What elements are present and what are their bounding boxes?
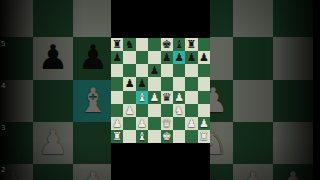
square-c8[interactable] [136, 38, 148, 51]
square-a8[interactable]: ♜ [111, 38, 123, 51]
square-a6[interactable] [111, 64, 123, 77]
square-h3[interactable] [198, 104, 210, 117]
white-queen-e2[interactable]: ♛ [162, 118, 172, 129]
square-h4[interactable] [198, 91, 210, 104]
square-e3[interactable] [161, 104, 173, 117]
white-pawn-h2[interactable]: ♟ [199, 118, 209, 129]
square-d4[interactable]: ♟ [148, 91, 160, 104]
white-knight-f3[interactable]: ♞ [174, 104, 184, 115]
black-pawn-g7[interactable]: ♟ [187, 52, 197, 63]
black-bishop-f8[interactable]: ♝ [174, 39, 184, 50]
square-a2[interactable]: ♟ [111, 117, 123, 130]
black-pawn-f7[interactable]: ♟ [174, 52, 184, 63]
white-pawn-g2[interactable]: ♟ [187, 118, 197, 129]
black-pawn-a7[interactable]: ♟ [112, 52, 122, 63]
square-g3[interactable] [185, 104, 197, 117]
square-c7[interactable] [136, 51, 148, 64]
white-king-e1[interactable]: ♚ [162, 131, 172, 142]
square-d7[interactable] [148, 51, 160, 64]
square-f8[interactable]: ♝ [173, 38, 185, 51]
black-pawn-b5[interactable]: ♟ [125, 78, 135, 89]
square-h5[interactable] [198, 77, 210, 90]
square-f4[interactable]: ♟ [173, 91, 185, 104]
square-a1[interactable]: ♜ [111, 130, 123, 143]
square-d1[interactable] [148, 130, 160, 143]
square-h2[interactable]: ♟ [198, 117, 210, 130]
black-pawn-d6[interactable]: ♟ [149, 65, 159, 76]
square-f1[interactable] [173, 130, 185, 143]
black-pawn-c5[interactable]: ♟ [137, 78, 147, 89]
square-c3[interactable] [136, 104, 148, 117]
square-d3[interactable] [148, 104, 160, 117]
black-rook-g8[interactable]: ♜ [187, 39, 197, 50]
square-b1[interactable] [123, 130, 135, 143]
square-b2[interactable] [123, 117, 135, 130]
black-pawn-h7[interactable]: ♟ [199, 52, 209, 63]
square-d5[interactable] [148, 77, 160, 90]
square-d2[interactable] [148, 117, 160, 130]
square-c6[interactable] [136, 64, 148, 77]
video-frame: ♜♞♚♝♜♟♟♟♟♟♟♟♟♝♟♛♟♟♞♟♟♛♟♟♜♝♚♜ 5 4 3 2 ♜♞♚… [0, 0, 320, 180]
square-b5[interactable]: ♟ [123, 77, 135, 90]
square-b7[interactable] [123, 51, 135, 64]
square-h6[interactable] [198, 64, 210, 77]
black-knight-b8[interactable]: ♞ [125, 39, 135, 50]
square-b6[interactable] [123, 64, 135, 77]
square-e6[interactable] [161, 64, 173, 77]
white-bishop-c1[interactable]: ♝ [137, 131, 147, 142]
white-pawn-f4[interactable]: ♟ [174, 91, 184, 102]
square-d6[interactable]: ♟ [148, 64, 160, 77]
square-c4[interactable]: ♝ [136, 91, 148, 104]
square-g2[interactable]: ♟ [185, 117, 197, 130]
square-e8[interactable]: ♚ [161, 38, 173, 51]
square-g4[interactable] [185, 91, 197, 104]
black-queen-e4[interactable]: ♛ [162, 91, 172, 102]
square-a4[interactable] [111, 91, 123, 104]
square-c2[interactable]: ♟ [136, 117, 148, 130]
square-e7[interactable]: ♟ [161, 51, 173, 64]
black-pawn-e7[interactable]: ♟ [162, 52, 172, 63]
bg-rank-label-4: 4 [1, 82, 5, 90]
square-f2[interactable] [173, 117, 185, 130]
square-a7[interactable]: ♟ [111, 51, 123, 64]
chess-board[interactable]: ♜♞♚♝♜♟♟♟♟♟♟♟♟♝♟♛♟♟♞♟♟♛♟♟♜♝♚♜ [111, 38, 210, 143]
square-f6[interactable] [173, 64, 185, 77]
square-h1[interactable]: ♜ [198, 130, 210, 143]
square-b4[interactable] [123, 91, 135, 104]
black-rook-a8[interactable]: ♜ [112, 39, 122, 50]
white-pawn-d4[interactable]: ♟ [149, 91, 159, 102]
bg-rank-label-5: 5 [1, 40, 5, 48]
video-strip: ♜♞♚♝♜♟♟♟♟♟♟♟♟♝♟♛♟♟♞♟♟♛♟♟♜♝♚♜ [111, 0, 210, 180]
square-e1[interactable]: ♚ [161, 130, 173, 143]
square-c1[interactable]: ♝ [136, 130, 148, 143]
black-king-e8[interactable]: ♚ [162, 39, 172, 50]
square-b8[interactable]: ♞ [123, 38, 135, 51]
square-d8[interactable] [148, 38, 160, 51]
white-rook-h1[interactable]: ♜ [199, 131, 209, 142]
white-rook-a1[interactable]: ♜ [112, 131, 122, 142]
square-g8[interactable]: ♜ [185, 38, 197, 51]
square-f5[interactable] [173, 77, 185, 90]
white-pawn-b3[interactable]: ♟ [125, 104, 135, 115]
square-a3[interactable] [111, 104, 123, 117]
square-h8[interactable] [198, 38, 210, 51]
square-b3[interactable]: ♟ [123, 104, 135, 117]
square-g5[interactable] [185, 77, 197, 90]
square-g7[interactable]: ♟ [185, 51, 197, 64]
square-e5[interactable] [161, 77, 173, 90]
white-bishop-c4[interactable]: ♝ [137, 91, 147, 102]
square-e2[interactable]: ♛ [161, 117, 173, 130]
bg-rank-label-3: 3 [1, 124, 5, 132]
square-a5[interactable] [111, 77, 123, 90]
square-g6[interactable] [185, 64, 197, 77]
square-e4[interactable]: ♛ [161, 91, 173, 104]
white-pawn-a2[interactable]: ♟ [112, 118, 122, 129]
square-f7[interactable]: ♟ [173, 51, 185, 64]
square-h7[interactable]: ♟ [198, 51, 210, 64]
bg-rank-label-2: 2 [1, 166, 5, 174]
square-c5[interactable]: ♟ [136, 77, 148, 90]
square-g1[interactable] [185, 130, 197, 143]
white-pawn-c2[interactable]: ♟ [137, 118, 147, 129]
square-f3[interactable]: ♞ [173, 104, 185, 117]
